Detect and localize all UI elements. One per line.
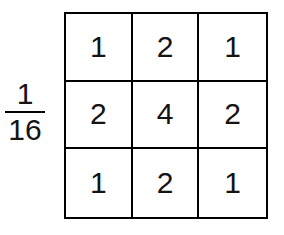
scale-fraction: 1 16 [3,80,47,143]
fraction-denominator: 16 [8,116,41,143]
kernel-cell-r2c2: 1 [199,149,266,217]
kernel-cell-r0c0: 1 [66,14,133,82]
fraction-numerator: 1 [17,80,34,107]
kernel-cell-r1c1: 4 [133,82,200,150]
kernel-cell-r1c0: 2 [66,82,133,150]
kernel-diagram: 1 16 1 2 1 2 4 2 1 2 1 [0,0,284,235]
kernel-cell-r2c1: 2 [133,149,200,217]
kernel-cell-r2c0: 1 [66,149,133,217]
kernel-cell-r1c2: 2 [199,82,266,150]
kernel-cell-r0c1: 2 [133,14,200,82]
kernel-grid: 1 2 1 2 4 2 1 2 1 [64,12,268,219]
kernel-cell-r0c2: 1 [199,14,266,82]
